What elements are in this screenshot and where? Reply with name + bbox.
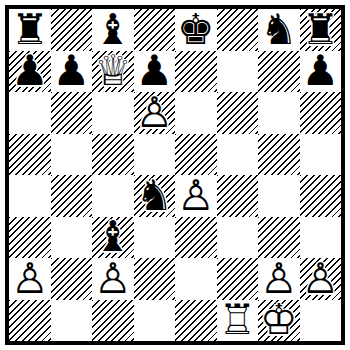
square-d8[interactable] bbox=[134, 9, 176, 51]
square-f5[interactable] bbox=[217, 134, 259, 176]
piece-glyph: ♞ bbox=[258, 9, 300, 51]
black-rook-a8: ♜♜ bbox=[9, 9, 51, 51]
square-a1[interactable] bbox=[9, 300, 51, 342]
square-b2[interactable] bbox=[51, 258, 93, 300]
square-h4[interactable] bbox=[300, 175, 342, 217]
square-e5[interactable] bbox=[175, 134, 217, 176]
square-g8[interactable]: ♞♞ bbox=[258, 9, 300, 51]
black-pawn-a7: ♟♟ bbox=[9, 51, 51, 93]
square-g5[interactable] bbox=[258, 134, 300, 176]
piece-glyph: ♜ bbox=[9, 9, 51, 51]
square-f1[interactable]: ♜♖ bbox=[217, 300, 259, 342]
square-e7[interactable] bbox=[175, 51, 217, 93]
square-e8[interactable]: ♚♚ bbox=[175, 9, 217, 51]
square-d5[interactable] bbox=[134, 134, 176, 176]
chess-board: ♜♜♝♝♚♚♞♞♜♜♟♟♟♟♛♕♟♟♟♟♟♙♞♞♟♙♝♝♟♙♟♙♟♙♟♙♜♖♚♔ bbox=[5, 5, 345, 345]
piece-halo: ♜ bbox=[9, 9, 51, 51]
black-pawn-h7: ♟♟ bbox=[300, 51, 342, 93]
square-f4[interactable] bbox=[217, 175, 259, 217]
piece-glyph: ♙ bbox=[175, 175, 217, 217]
square-f7[interactable] bbox=[217, 51, 259, 93]
square-h8[interactable]: ♜♜ bbox=[300, 9, 342, 51]
square-b3[interactable] bbox=[51, 217, 93, 259]
square-e1[interactable] bbox=[175, 300, 217, 342]
white-pawn-h2: ♟♙ bbox=[300, 258, 342, 300]
black-king-e8: ♚♚ bbox=[175, 9, 217, 51]
chess-diagram: ♜♜♝♝♚♚♞♞♜♜♟♟♟♟♛♕♟♟♟♟♟♙♞♞♟♙♝♝♟♙♟♙♟♙♟♙♜♖♚♔ bbox=[0, 0, 350, 350]
square-f3[interactable] bbox=[217, 217, 259, 259]
white-queen-c7: ♛♕ bbox=[92, 51, 134, 93]
black-bishop-c3: ♝♝ bbox=[92, 217, 134, 259]
square-f8[interactable] bbox=[217, 9, 259, 51]
square-b5[interactable] bbox=[51, 134, 93, 176]
square-a5[interactable] bbox=[9, 134, 51, 176]
piece-halo: ♚ bbox=[175, 9, 217, 51]
square-b6[interactable] bbox=[51, 92, 93, 134]
square-g4[interactable] bbox=[258, 175, 300, 217]
white-pawn-g2: ♟♙ bbox=[258, 258, 300, 300]
piece-glyph: ♟ bbox=[9, 51, 51, 93]
square-c6[interactable] bbox=[92, 92, 134, 134]
black-rook-h8: ♜♜ bbox=[300, 9, 342, 51]
square-e3[interactable] bbox=[175, 217, 217, 259]
white-pawn-c2: ♟♙ bbox=[92, 258, 134, 300]
square-g2[interactable]: ♟♙ bbox=[258, 258, 300, 300]
square-d1[interactable] bbox=[134, 300, 176, 342]
black-knight-g8: ♞♞ bbox=[258, 9, 300, 51]
piece-glyph: ♙ bbox=[9, 258, 51, 300]
square-h6[interactable] bbox=[300, 92, 342, 134]
piece-halo: ♞ bbox=[258, 9, 300, 51]
square-h1[interactable] bbox=[300, 300, 342, 342]
square-b8[interactable] bbox=[51, 9, 93, 51]
square-b1[interactable] bbox=[51, 300, 93, 342]
square-c3[interactable]: ♝♝ bbox=[92, 217, 134, 259]
piece-halo: ♟ bbox=[300, 258, 342, 300]
square-a2[interactable]: ♟♙ bbox=[9, 258, 51, 300]
black-bishop-c8: ♝♝ bbox=[92, 9, 134, 51]
piece-glyph: ♝ bbox=[92, 217, 134, 259]
square-c5[interactable] bbox=[92, 134, 134, 176]
square-d6[interactable]: ♟♙ bbox=[134, 92, 176, 134]
piece-halo: ♟ bbox=[175, 175, 217, 217]
piece-halo: ♟ bbox=[51, 51, 93, 93]
piece-halo: ♚ bbox=[258, 300, 300, 342]
piece-glyph: ♙ bbox=[300, 258, 342, 300]
piece-halo: ♞ bbox=[134, 175, 176, 217]
white-pawn-d6: ♟♙ bbox=[134, 92, 176, 134]
square-d3[interactable] bbox=[134, 217, 176, 259]
piece-glyph: ♞ bbox=[134, 175, 176, 217]
black-knight-d4: ♞♞ bbox=[134, 175, 176, 217]
square-c2[interactable]: ♟♙ bbox=[92, 258, 134, 300]
square-e4[interactable]: ♟♙ bbox=[175, 175, 217, 217]
square-e6[interactable] bbox=[175, 92, 217, 134]
piece-halo: ♟ bbox=[134, 92, 176, 134]
piece-glyph: ♚ bbox=[175, 9, 217, 51]
square-f2[interactable] bbox=[217, 258, 259, 300]
square-d2[interactable] bbox=[134, 258, 176, 300]
piece-halo: ♟ bbox=[9, 258, 51, 300]
piece-glyph: ♖ bbox=[217, 300, 259, 342]
piece-glyph: ♟ bbox=[300, 51, 342, 93]
square-c1[interactable] bbox=[92, 300, 134, 342]
square-a7[interactable]: ♟♟ bbox=[9, 51, 51, 93]
square-h5[interactable] bbox=[300, 134, 342, 176]
piece-glyph: ♟ bbox=[134, 51, 176, 93]
piece-halo: ♝ bbox=[92, 9, 134, 51]
piece-glyph: ♝ bbox=[92, 9, 134, 51]
piece-halo: ♟ bbox=[92, 258, 134, 300]
piece-halo: ♟ bbox=[300, 51, 342, 93]
piece-glyph: ♟ bbox=[51, 51, 93, 93]
piece-halo: ♜ bbox=[217, 300, 259, 342]
piece-halo: ♟ bbox=[9, 51, 51, 93]
square-c4[interactable] bbox=[92, 175, 134, 217]
black-pawn-b7: ♟♟ bbox=[51, 51, 93, 93]
piece-halo: ♛ bbox=[92, 51, 134, 93]
square-h3[interactable] bbox=[300, 217, 342, 259]
square-h7[interactable]: ♟♟ bbox=[300, 51, 342, 93]
white-king-g1: ♚♔ bbox=[258, 300, 300, 342]
square-a6[interactable] bbox=[9, 92, 51, 134]
square-g1[interactable]: ♚♔ bbox=[258, 300, 300, 342]
piece-halo: ♟ bbox=[134, 51, 176, 93]
piece-glyph: ♕ bbox=[92, 51, 134, 93]
black-pawn-d7: ♟♟ bbox=[134, 51, 176, 93]
piece-glyph: ♙ bbox=[258, 258, 300, 300]
piece-glyph: ♔ bbox=[258, 300, 300, 342]
piece-halo: ♝ bbox=[92, 217, 134, 259]
square-c7[interactable]: ♛♕ bbox=[92, 51, 134, 93]
piece-glyph: ♙ bbox=[134, 92, 176, 134]
square-a4[interactable] bbox=[9, 175, 51, 217]
square-c8[interactable]: ♝♝ bbox=[92, 9, 134, 51]
square-a8[interactable]: ♜♜ bbox=[9, 9, 51, 51]
square-d7[interactable]: ♟♟ bbox=[134, 51, 176, 93]
piece-halo: ♜ bbox=[300, 9, 342, 51]
white-rook-f1: ♜♖ bbox=[217, 300, 259, 342]
square-g7[interactable] bbox=[258, 51, 300, 93]
white-pawn-a2: ♟♙ bbox=[9, 258, 51, 300]
square-g6[interactable] bbox=[258, 92, 300, 134]
piece-glyph: ♙ bbox=[92, 258, 134, 300]
white-pawn-e4: ♟♙ bbox=[175, 175, 217, 217]
square-a3[interactable] bbox=[9, 217, 51, 259]
square-e2[interactable] bbox=[175, 258, 217, 300]
square-f6[interactable] bbox=[217, 92, 259, 134]
square-h2[interactable]: ♟♙ bbox=[300, 258, 342, 300]
square-b7[interactable]: ♟♟ bbox=[51, 51, 93, 93]
square-b4[interactable] bbox=[51, 175, 93, 217]
piece-halo: ♟ bbox=[258, 258, 300, 300]
square-d4[interactable]: ♞♞ bbox=[134, 175, 176, 217]
piece-glyph: ♜ bbox=[300, 9, 342, 51]
square-g3[interactable] bbox=[258, 217, 300, 259]
